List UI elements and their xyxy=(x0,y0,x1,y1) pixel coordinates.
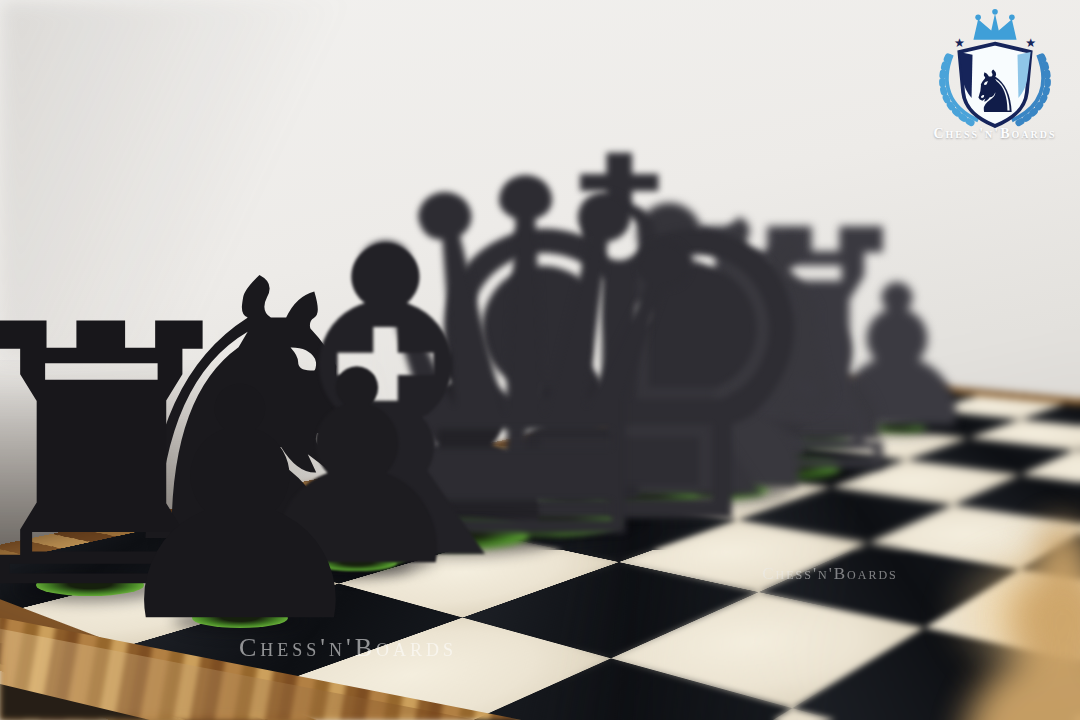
felt-base xyxy=(36,574,144,596)
felt-base xyxy=(790,434,850,446)
star-right-icon: ★ xyxy=(1025,36,1036,50)
product-photo-scene: ♜♞♝♛♚♝♞♜♟♟♟♟♟♟♟♟ ♟ Chess'n'Boards Chess'… xyxy=(0,0,1080,720)
felt-base xyxy=(868,420,927,432)
knight-logo-icon: ♞ xyxy=(969,58,1021,126)
crown-icon xyxy=(973,9,1016,40)
felt-base xyxy=(382,520,529,550)
felt-base xyxy=(741,458,840,478)
star-left-icon: ★ xyxy=(954,36,965,50)
foreground-white-pawn: ♟ xyxy=(913,485,1080,720)
felt-base xyxy=(192,608,288,628)
wall-gradient xyxy=(0,0,420,360)
brand-logo: ★ ★ ♞ Chess'n'Boards xyxy=(916,6,1074,142)
brand-logo-wordmark: Chess'n'Boards xyxy=(916,126,1074,142)
felt-base xyxy=(183,529,291,551)
brand-logo-emblem: ★ ★ ♞ xyxy=(920,6,1070,128)
